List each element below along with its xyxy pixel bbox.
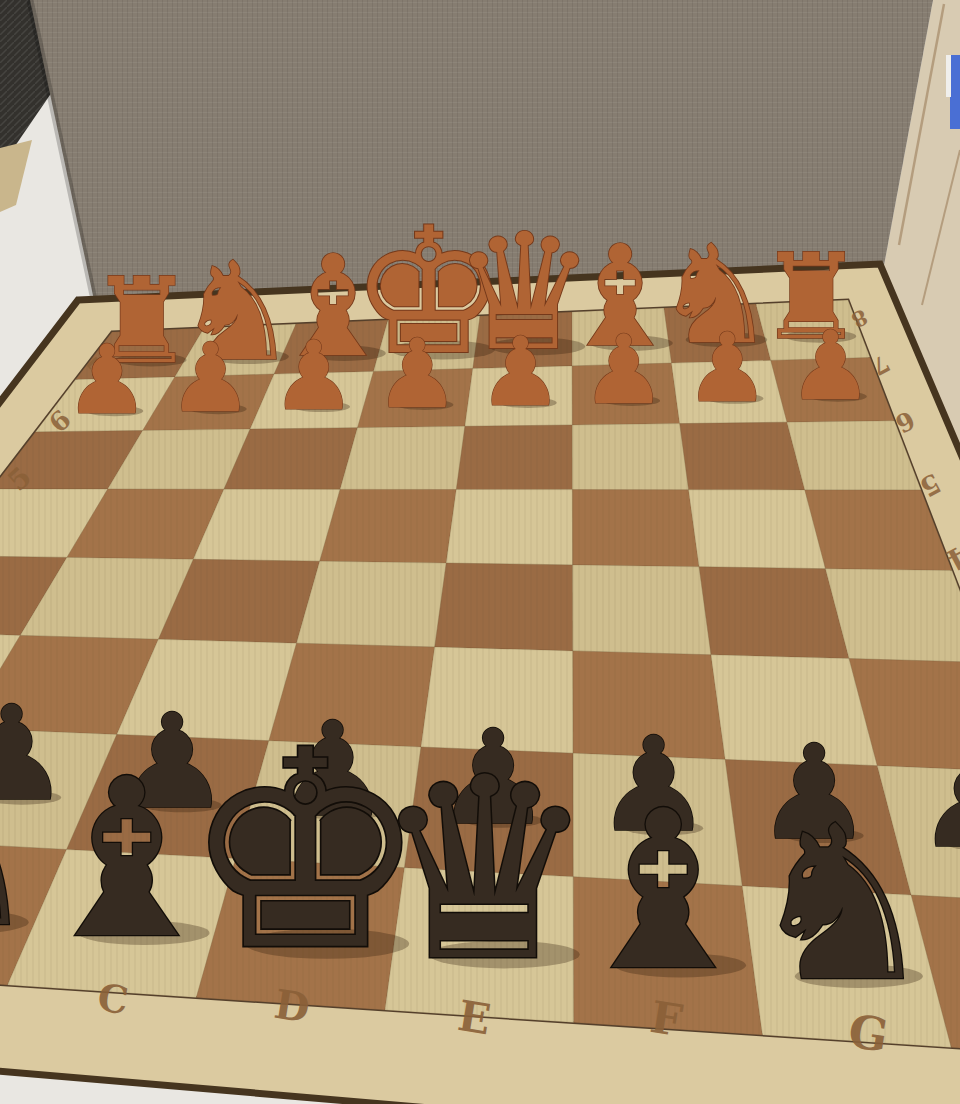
piece-white-pawn-h7: ♟ [788,310,874,422]
blue-object-sliver [950,55,960,129]
piece-black-bishop-f1: ♝ [565,764,761,1019]
chess-photo: CDEFG76587654 ♜♞♝♚♛♝♞♜♟♟♟♟♟♟♟♟♟♟♟♟♟♟♟♟♜♞… [0,0,960,1104]
piece-white-pawn-c7: ♟ [271,320,357,432]
piece-white-pawn-a7: ♟ [64,324,150,436]
piece-white-pawn-f7: ♟ [581,314,667,426]
piece-white-pawn-g7: ♟ [684,312,770,424]
piece-white-pawn-b7: ♟ [168,322,254,434]
piece-white-pawn-e7: ♟ [478,316,564,428]
piece-black-rook-h1: ♜ [937,817,960,1033]
scene: CDEFG76587654 ♜♞♝♚♛♝♞♜♟♟♟♟♟♟♟♟♟♟♟♟♟♟♟♟♜♞… [0,0,960,1104]
piece-black-queen-e1: ♛ [371,724,596,1016]
piece-black-knight-g1: ♞ [746,780,937,1028]
piece-white-pawn-d7: ♟ [374,318,460,430]
blue-object-highlight [946,55,951,97]
